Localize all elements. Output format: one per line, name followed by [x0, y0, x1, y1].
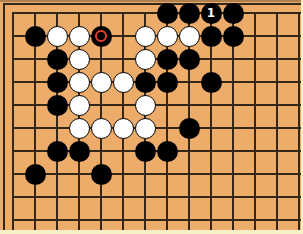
white-stone — [157, 26, 178, 47]
white-stone — [69, 118, 90, 139]
black-stone — [179, 118, 200, 139]
black-stone — [69, 141, 90, 162]
white-stone — [47, 26, 68, 47]
move-number-label: 1 — [207, 7, 215, 19]
black-stone — [157, 3, 178, 24]
white-stone — [179, 26, 200, 47]
black-stone — [135, 72, 156, 93]
white-stone — [69, 49, 90, 70]
black-stone — [25, 26, 46, 47]
white-stone — [113, 118, 134, 139]
board-edge-border-left — [3, 3, 5, 230]
white-stone — [135, 95, 156, 116]
grid-line-horizontal — [12, 173, 301, 175]
black-stone — [179, 49, 200, 70]
grid-line-horizontal — [12, 127, 301, 129]
go-board: 1 — [0, 0, 301, 230]
black-stone — [157, 49, 178, 70]
black-stone — [223, 3, 244, 24]
black-stone — [179, 3, 200, 24]
white-stone — [91, 118, 112, 139]
white-stone — [91, 72, 112, 93]
white-stone — [69, 72, 90, 93]
white-stone — [69, 95, 90, 116]
black-stone — [91, 164, 112, 185]
black-stone — [157, 141, 178, 162]
black-stone — [47, 72, 68, 93]
black-stone — [47, 95, 68, 116]
go-diagram: 1 — [0, 0, 303, 234]
black-stone — [157, 72, 178, 93]
black-stone — [223, 26, 244, 47]
white-stone — [135, 26, 156, 47]
black-stone — [47, 49, 68, 70]
board-top-shading — [0, 0, 301, 2]
black-stone — [201, 72, 222, 93]
board-edge-border-top — [3, 3, 301, 5]
move-number-overlay: 1 — [201, 3, 222, 24]
white-stone — [135, 49, 156, 70]
grid-line-horizontal — [12, 196, 301, 198]
black-stone — [201, 26, 222, 47]
grid-line-horizontal — [12, 219, 301, 221]
circle-marker — [95, 30, 107, 42]
black-stone — [25, 164, 46, 185]
white-stone — [135, 118, 156, 139]
black-stone — [135, 141, 156, 162]
white-stone — [69, 26, 90, 47]
black-stone — [47, 141, 68, 162]
white-stone — [113, 72, 134, 93]
